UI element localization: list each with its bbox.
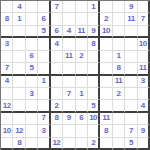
cell-r2c4-given[interactable]: 6	[38, 13, 50, 25]
cell-r4c6-empty[interactable]	[63, 38, 75, 50]
cell-r10c8-given[interactable]: 10	[88, 113, 100, 125]
cell-r12c4-empty[interactable]	[38, 138, 50, 150]
cell-r7c7-empty[interactable]	[76, 76, 88, 88]
cell-r9c10-empty[interactable]	[113, 100, 125, 112]
cell-r4c2-empty[interactable]	[13, 38, 25, 50]
cell-r4c7-empty[interactable]	[76, 38, 88, 50]
cell-r6c5-empty[interactable]	[51, 63, 63, 75]
cell-r9c5-given[interactable]: 2	[51, 100, 63, 112]
cell-r12c2-given[interactable]: 8	[13, 138, 25, 150]
cell-r5c9-empty[interactable]	[100, 51, 112, 63]
cell-r7c10-given[interactable]: 11	[113, 76, 125, 88]
cell-r1c1-empty[interactable]	[1, 1, 13, 13]
cell-r7c8-empty[interactable]	[88, 76, 100, 88]
cell-r6c6-empty[interactable]	[63, 63, 75, 75]
cell-r5c11-empty[interactable]	[125, 51, 137, 63]
cell-r10c1-empty[interactable]	[1, 113, 13, 125]
cell-r2c8-empty[interactable]	[88, 13, 100, 25]
cell-r10c10-empty[interactable]	[113, 113, 125, 125]
cell-r7c9-empty[interactable]	[100, 76, 112, 88]
cell-r8c12-empty[interactable]	[138, 88, 150, 100]
cell-r11c10-empty[interactable]	[113, 125, 125, 137]
cell-r2c3-empty[interactable]	[26, 13, 38, 25]
cell-r1c6-empty[interactable]	[63, 1, 75, 13]
cell-r10c2-empty[interactable]	[13, 113, 25, 125]
cell-r8c1-empty[interactable]	[1, 88, 13, 100]
cell-r11c4-given[interactable]: 3	[38, 125, 50, 137]
cell-r8c7-given[interactable]: 1	[76, 88, 88, 100]
cell-r9c7-empty[interactable]	[76, 100, 88, 112]
cell-r8c3-given[interactable]: 3	[26, 88, 38, 100]
cell-r4c12-given[interactable]: 10	[138, 38, 150, 50]
cell-r8c10-given[interactable]: 2	[113, 88, 125, 100]
cell-r12c7-empty[interactable]	[76, 138, 88, 150]
cell-r4c8-given[interactable]: 8	[88, 38, 100, 50]
cell-r10c6-given[interactable]: 9	[63, 113, 75, 125]
cell-r5c4-empty[interactable]	[38, 51, 50, 63]
cell-r9c2-empty[interactable]	[13, 100, 25, 112]
cell-r10c5-given[interactable]: 8	[51, 113, 63, 125]
cell-r6c1-given[interactable]: 7	[1, 63, 13, 75]
cell-r2c7-empty[interactable]	[76, 13, 88, 25]
cell-r9c4-empty[interactable]	[38, 100, 50, 112]
cell-r2c5-empty[interactable]	[51, 13, 63, 25]
cell-r1c12-empty[interactable]	[138, 1, 150, 13]
cell-r4c11-empty[interactable]	[125, 38, 137, 50]
cell-r8c5-empty[interactable]	[51, 88, 63, 100]
cell-r6c3-given[interactable]: 5	[26, 63, 38, 75]
cell-r11c6-empty[interactable]	[63, 125, 75, 137]
sudoku-board: 4719816211756411910348106112175811411133…	[0, 0, 150, 150]
cell-r12c8-given[interactable]: 2	[88, 138, 100, 150]
cell-r10c7-given[interactable]: 6	[76, 113, 88, 125]
cell-r4c3-empty[interactable]	[26, 38, 38, 50]
cell-r1c7-empty[interactable]	[76, 1, 88, 13]
cell-r5c2-empty[interactable]	[13, 51, 25, 63]
cell-r11c7-empty[interactable]	[76, 125, 88, 137]
cell-r12c1-empty[interactable]	[1, 138, 13, 150]
cell-r9c3-empty[interactable]	[26, 100, 38, 112]
cell-r5c10-given[interactable]: 1	[113, 51, 125, 63]
cell-r3c10-empty[interactable]	[113, 26, 125, 38]
cell-r6c10-given[interactable]: 8	[113, 63, 125, 75]
cell-r4c5-given[interactable]: 4	[51, 38, 63, 50]
cell-r3c1-empty[interactable]	[1, 26, 13, 38]
cell-r1c5-given[interactable]: 7	[51, 1, 63, 13]
cell-r2c2-given[interactable]: 1	[13, 13, 25, 25]
cell-r2c11-given[interactable]: 11	[125, 13, 137, 25]
cell-r10c11-empty[interactable]	[125, 113, 137, 125]
cell-r8c6-given[interactable]: 7	[63, 88, 75, 100]
cell-r9c1-given[interactable]: 12	[1, 100, 13, 112]
cell-r12c10-empty[interactable]	[113, 138, 125, 150]
cell-r6c7-empty[interactable]	[76, 63, 88, 75]
cell-r3c2-empty[interactable]	[13, 26, 25, 38]
cell-r12c6-empty[interactable]	[63, 138, 75, 150]
cell-r12c11-given[interactable]: 5	[125, 138, 137, 150]
cell-r1c4-empty[interactable]	[38, 1, 50, 13]
cell-r3c9-given[interactable]: 10	[100, 26, 112, 38]
cell-r10c4-given[interactable]: 7	[38, 113, 50, 125]
cell-r8c2-empty[interactable]	[13, 88, 25, 100]
cell-r4c9-empty[interactable]	[100, 38, 112, 50]
cell-r2c12-given[interactable]: 7	[138, 13, 150, 25]
cell-r1c8-given[interactable]: 1	[88, 1, 100, 13]
cell-r11c5-empty[interactable]	[51, 125, 63, 137]
cell-r8c11-empty[interactable]	[125, 88, 137, 100]
cell-r11c1-given[interactable]: 10	[1, 125, 13, 137]
cell-r3c7-given[interactable]: 11	[76, 26, 88, 38]
cell-r5c6-given[interactable]: 11	[63, 51, 75, 63]
cell-r5c8-empty[interactable]	[88, 51, 100, 63]
cell-r3c5-given[interactable]: 6	[51, 26, 63, 38]
cell-r10c12-empty[interactable]	[138, 113, 150, 125]
cell-r11c12-given[interactable]: 9	[138, 125, 150, 137]
cell-r1c11-given[interactable]: 9	[125, 1, 137, 13]
cell-r9c9-empty[interactable]	[100, 100, 112, 112]
cell-r5c3-given[interactable]: 6	[26, 51, 38, 63]
cell-r1c2-given[interactable]: 4	[13, 1, 25, 13]
cell-r10c9-given[interactable]: 11	[100, 113, 112, 125]
cell-r7c12-given[interactable]: 3	[138, 76, 150, 88]
cell-r6c11-empty[interactable]	[125, 63, 137, 75]
cell-r3c12-empty[interactable]	[138, 26, 150, 38]
cell-r9c11-empty[interactable]	[125, 100, 137, 112]
cell-r6c8-empty[interactable]	[88, 63, 100, 75]
cell-r7c2-empty[interactable]	[13, 76, 25, 88]
cell-r5c12-empty[interactable]	[138, 51, 150, 63]
cell-r5c7-given[interactable]: 2	[76, 51, 88, 63]
cell-r5c1-empty[interactable]	[1, 51, 13, 63]
cell-r11c3-empty[interactable]	[26, 125, 38, 137]
cell-r6c2-empty[interactable]	[13, 63, 25, 75]
cell-r8c4-empty[interactable]	[38, 88, 50, 100]
cell-r11c11-given[interactable]: 7	[125, 125, 137, 137]
cell-r5c5-empty[interactable]	[51, 51, 63, 63]
cell-r1c10-empty[interactable]	[113, 1, 125, 13]
cell-r3c3-empty[interactable]	[26, 26, 38, 38]
cell-r8c8-empty[interactable]	[88, 88, 100, 100]
cell-r4c10-empty[interactable]	[113, 38, 125, 50]
cell-r7c6-empty[interactable]	[63, 76, 75, 88]
cell-r6c4-empty[interactable]	[38, 63, 50, 75]
cell-r10c3-empty[interactable]	[26, 113, 38, 125]
cell-r11c2-given[interactable]: 12	[13, 125, 25, 137]
cell-r2c1-given[interactable]: 8	[1, 13, 13, 25]
cell-r12c5-given[interactable]: 12	[51, 138, 63, 150]
cell-r1c3-empty[interactable]	[26, 1, 38, 13]
cell-r7c3-empty[interactable]	[26, 76, 38, 88]
cell-r3c6-given[interactable]: 4	[63, 26, 75, 38]
cell-r3c8-given[interactable]: 9	[88, 26, 100, 38]
cell-r3c11-empty[interactable]	[125, 26, 137, 38]
cell-r7c5-empty[interactable]	[51, 76, 63, 88]
cell-r8c9-empty[interactable]	[100, 88, 112, 100]
cell-r6c12-given[interactable]: 11	[138, 63, 150, 75]
cell-r7c4-given[interactable]: 1	[38, 76, 50, 88]
cell-r6c9-empty[interactable]	[100, 63, 112, 75]
cell-r2c10-empty[interactable]	[113, 13, 125, 25]
cell-r9c12-given[interactable]: 4	[138, 100, 150, 112]
cell-r2c6-empty[interactable]	[63, 13, 75, 25]
cell-r9c6-empty[interactable]	[63, 100, 75, 112]
cell-r3c4-given[interactable]: 5	[38, 26, 50, 38]
cell-r1c9-empty[interactable]	[100, 1, 112, 13]
cell-r4c1-given[interactable]: 3	[1, 38, 13, 50]
cell-r11c8-empty[interactable]	[88, 125, 100, 137]
cell-r12c9-empty[interactable]	[100, 138, 112, 150]
cell-r12c3-empty[interactable]	[26, 138, 38, 150]
cell-r4c4-empty[interactable]	[38, 38, 50, 50]
cell-r7c1-given[interactable]: 4	[1, 76, 13, 88]
cell-r7c11-empty[interactable]	[125, 76, 137, 88]
cell-r2c9-given[interactable]: 2	[100, 13, 112, 25]
cell-r11c9-given[interactable]: 8	[100, 125, 112, 137]
cell-r12c12-empty[interactable]	[138, 138, 150, 150]
cell-r9c8-given[interactable]: 5	[88, 100, 100, 112]
